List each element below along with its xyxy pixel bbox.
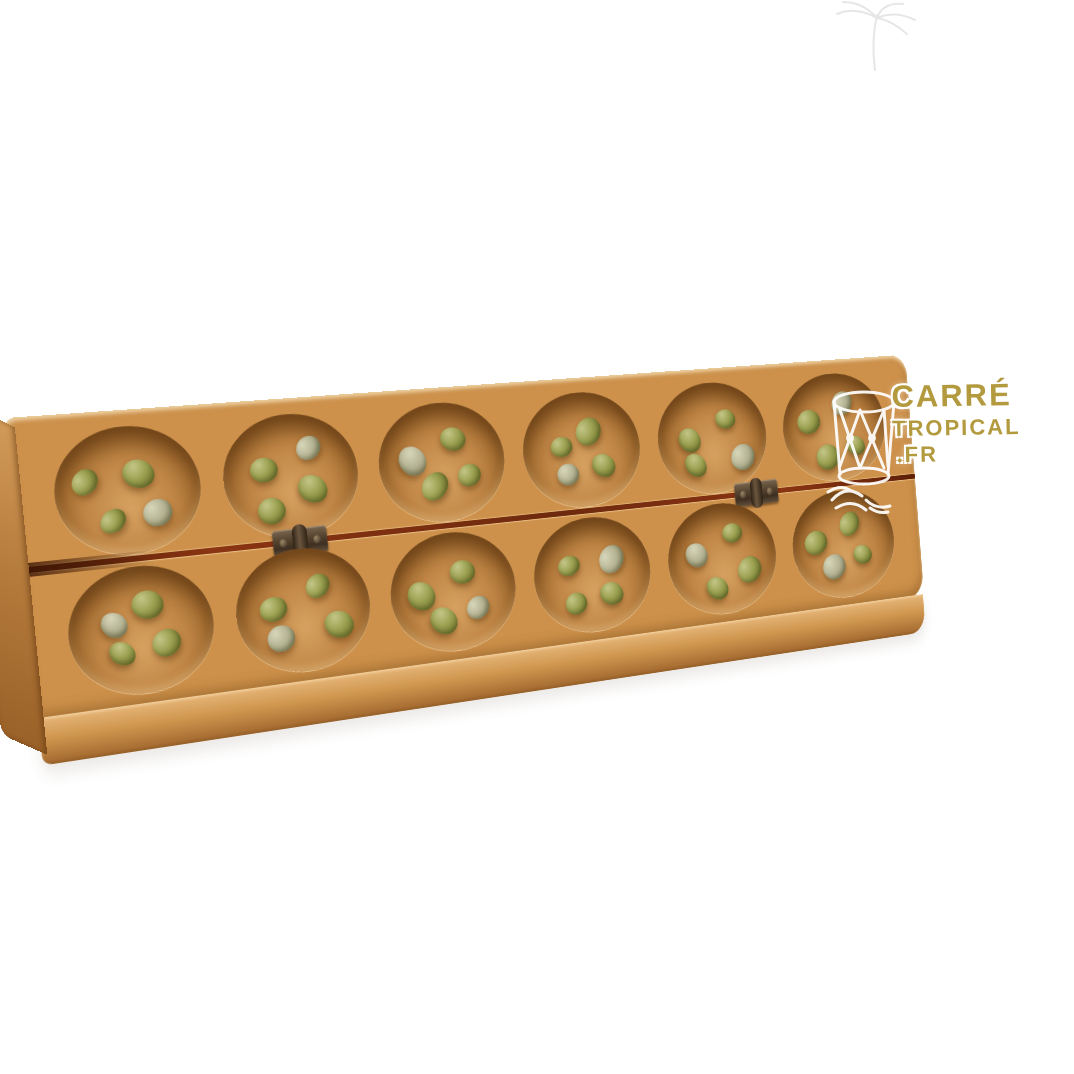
pit-bowl xyxy=(530,511,655,639)
pit-bowl xyxy=(518,388,644,513)
pit-bowl xyxy=(386,526,521,659)
pit-bowl xyxy=(230,542,375,681)
pit-back-1[interactable] xyxy=(35,412,218,569)
pit-bowl xyxy=(63,558,220,703)
pit-front-1[interactable] xyxy=(49,549,231,711)
pit-bowl xyxy=(664,498,781,621)
pit-bowl xyxy=(49,421,207,562)
watermark-line1: CARRÉ xyxy=(891,379,1020,414)
pit-bowl xyxy=(374,398,509,528)
pit-front-2[interactable] xyxy=(218,532,386,687)
pit-back-6[interactable] xyxy=(770,362,897,491)
oware-board xyxy=(3,355,928,769)
watermark-line3: .FR xyxy=(896,441,1021,466)
photo-canvas: CARRÉ TROPICAL .FR xyxy=(0,0,1074,1074)
pit-bowl xyxy=(779,370,889,486)
pit-front-3[interactable] xyxy=(374,517,530,665)
pit-back-3[interactable] xyxy=(362,390,519,535)
pit-front-6[interactable] xyxy=(779,477,906,609)
pit-front-5[interactable] xyxy=(654,490,789,627)
pit-back-4[interactable] xyxy=(508,380,654,519)
pit-bowl xyxy=(217,409,363,544)
palm-sketch-icon xyxy=(820,0,930,90)
pit-front-4[interactable] xyxy=(519,503,664,646)
